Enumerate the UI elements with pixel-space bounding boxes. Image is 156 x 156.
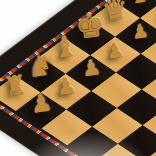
chessboard-photo: ♜♞♟♝♟♛♟♚♟♝♟♞♟♜♟♟ [0,0,156,156]
chess-board [0,0,156,156]
